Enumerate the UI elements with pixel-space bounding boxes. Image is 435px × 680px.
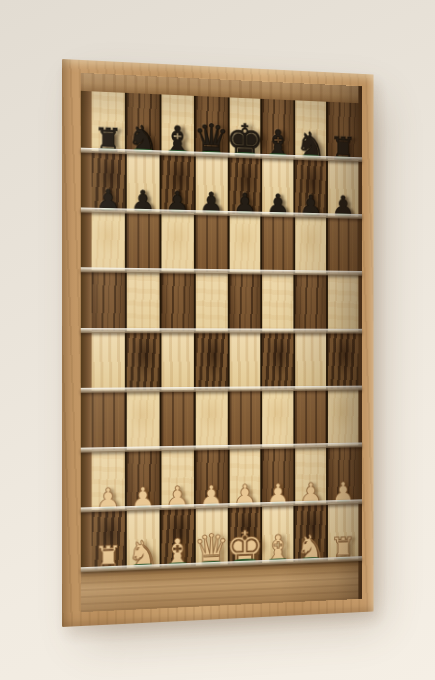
square-a6[interactable] [92,211,125,271]
square-e6[interactable] [229,214,260,273]
square-d1[interactable]: ♛ [195,506,227,566]
frame-inner-left-wall [81,73,92,612]
square-h3[interactable] [328,388,358,446]
square-f4[interactable] [263,331,294,389]
square-g2[interactable]: ♟ [295,446,326,504]
square-e5[interactable] [229,273,260,331]
square-c8[interactable]: ♝ [161,94,193,154]
square-a1[interactable]: ♜ [92,509,125,570]
square-b5[interactable] [127,271,160,331]
square-d4[interactable] [195,331,227,390]
square-c3[interactable] [161,390,193,449]
square-e1[interactable]: ♚ [229,505,260,564]
square-g1[interactable]: ♞ [295,503,326,562]
square-g6[interactable] [295,216,326,274]
square-b6[interactable] [127,212,160,272]
square-d5[interactable] [195,272,227,331]
square-c1[interactable]: ♝ [161,507,193,567]
square-c6[interactable] [161,213,193,272]
square-f5[interactable] [263,273,294,331]
chessboard: ♜♞♝♛♚♝♞♜♟♟♟♟♟♟♟♟♟♟♟♟♟♟♟♟♜♞♝♛♚♝♞♜ [92,91,359,570]
frame-inner-right-wall [358,86,362,599]
square-c4[interactable] [161,331,193,390]
square-b7[interactable]: ♟ [127,152,160,212]
square-h4[interactable] [328,331,358,388]
square-g5[interactable] [295,273,326,331]
square-a5[interactable] [92,271,125,331]
square-h6[interactable] [328,216,358,274]
square-g7[interactable]: ♟ [295,158,326,216]
square-g8[interactable]: ♞ [295,100,326,159]
square-f2[interactable]: ♟ [263,446,294,505]
square-b4[interactable] [127,331,160,390]
square-h5[interactable] [328,274,358,331]
square-e3[interactable] [229,389,260,448]
square-h7[interactable]: ♟ [328,159,358,217]
square-g4[interactable] [295,331,326,389]
square-h8[interactable]: ♜ [328,102,358,160]
square-a8[interactable]: ♜ [92,91,125,152]
square-e4[interactable] [229,331,260,389]
board-well: ♜♞♝♛♚♝♞♜♟♟♟♟♟♟♟♟♟♟♟♟♟♟♟♟♜♞♝♛♚♝♞♜ [81,73,362,612]
square-d8[interactable]: ♛ [195,96,227,156]
wood-frame: ♜♞♝♛♚♝♞♜♟♟♟♟♟♟♟♟♟♟♟♟♟♟♟♟♜♞♝♛♚♝♞♜ [62,59,374,627]
square-a3[interactable] [92,390,125,450]
square-g3[interactable] [295,388,326,446]
shelf-rank-5 [81,328,362,334]
square-a7[interactable]: ♟ [92,151,125,212]
square-f3[interactable] [263,389,294,447]
square-e2[interactable]: ♟ [229,447,260,506]
vertical-chess-set: ♜♞♝♛♚♝♞♜♟♟♟♟♟♟♟♟♟♟♟♟♟♟♟♟♜♞♝♛♚♝♞♜ [62,59,374,627]
square-b3[interactable] [127,390,160,450]
square-c2[interactable]: ♟ [161,448,193,508]
square-a4[interactable] [92,331,125,391]
square-h2[interactable]: ♟ [328,445,358,503]
square-e8[interactable]: ♚ [229,97,260,156]
square-d2[interactable]: ♟ [195,448,227,507]
square-d6[interactable] [195,213,227,272]
square-b1[interactable]: ♞ [127,508,160,568]
square-h1[interactable]: ♜ [328,502,358,560]
square-f1[interactable]: ♝ [263,504,294,563]
square-f6[interactable] [263,215,294,273]
square-d3[interactable] [195,389,227,448]
square-b8[interactable]: ♞ [127,93,160,154]
square-a2[interactable]: ♟ [92,450,125,510]
square-c5[interactable] [161,272,193,331]
square-f8[interactable]: ♝ [263,99,294,158]
square-b2[interactable]: ♟ [127,449,160,509]
